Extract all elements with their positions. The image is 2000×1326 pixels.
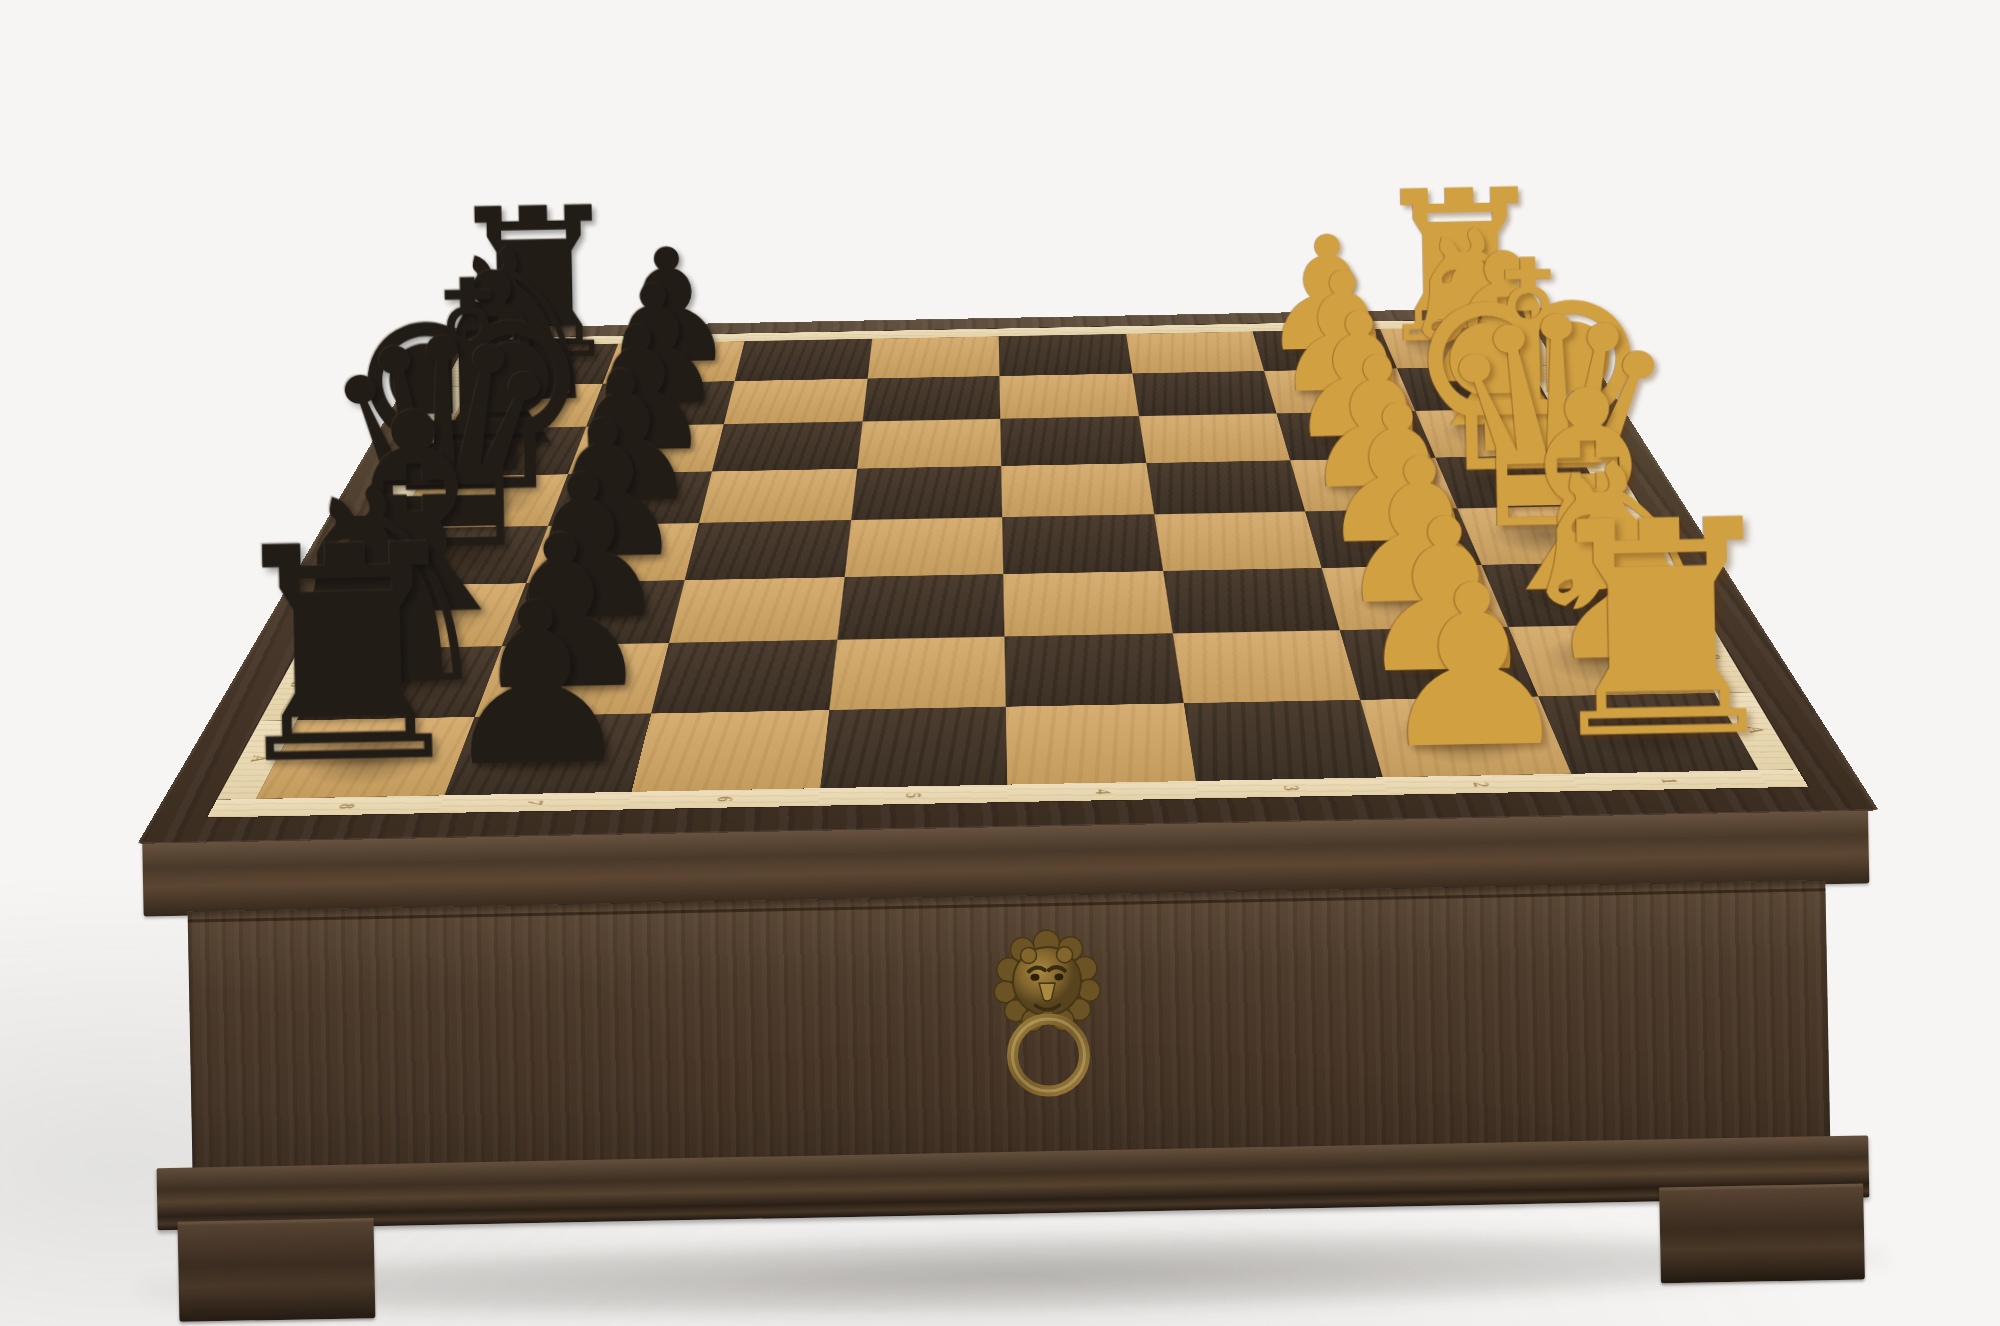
square-d4 xyxy=(1002,514,1162,574)
square-h4 xyxy=(999,334,1132,376)
coordinate-text: 8 xyxy=(332,803,360,809)
coordinate-text: 3 xyxy=(1278,785,1305,791)
lion-head-icon xyxy=(984,924,1111,1102)
rank-label: 8 xyxy=(247,795,444,816)
square-g6 xyxy=(724,378,867,424)
coordinate-text: 4 xyxy=(1089,789,1115,795)
square-e6 xyxy=(699,469,857,523)
chess-box: H♜♟♟♜HG♞♟♟♞GF♝♟♟♝FE♚♟♟♚ED♛♟♟♛DC♝♟♟♝CB♞♟♟… xyxy=(0,0,2000,1326)
square-f4 xyxy=(1000,416,1145,466)
rank-label: 3 xyxy=(1195,777,1388,798)
square-f3 xyxy=(1138,414,1290,463)
square-g5 xyxy=(862,376,1000,422)
square-f5 xyxy=(857,419,1002,469)
square-g4 xyxy=(999,373,1138,418)
coordinate-text: 6 xyxy=(711,796,738,802)
square-b4 xyxy=(1004,633,1183,706)
border-strip xyxy=(1759,769,1809,787)
square-e4 xyxy=(1001,463,1154,517)
foot-left xyxy=(178,1218,376,1322)
square-g3 xyxy=(1132,371,1277,416)
piece-black-rook: ♜ xyxy=(213,513,483,799)
square-b6 xyxy=(651,640,836,713)
piece-white-rook: ♜ xyxy=(1526,487,1796,773)
square-c4 xyxy=(1003,571,1172,637)
rank-label: 6 xyxy=(627,788,819,809)
square-h6 xyxy=(735,339,872,381)
square-h5 xyxy=(867,336,999,378)
square-e3 xyxy=(1146,460,1305,514)
foot-right xyxy=(1659,1183,1865,1283)
square-a6 xyxy=(632,710,829,792)
square-d5 xyxy=(844,517,1003,577)
rank-label: 4 xyxy=(1007,781,1198,802)
board-3d: H♜♟♟♜HG♞♟♟♞GF♝♟♟♝FE♚♟♟♚ED♛♟♟♛DC♝♟♟♝CB♞♟♟… xyxy=(137,307,1879,844)
square-b3 xyxy=(1172,630,1360,703)
square-a1: ♜ xyxy=(1537,693,1758,774)
square-c3 xyxy=(1162,568,1339,634)
coordinate-text: 1 xyxy=(1655,778,1683,784)
rank-label: 1 xyxy=(1571,770,1769,791)
lion-handle xyxy=(984,924,1111,1102)
square-a8: ♜ xyxy=(256,717,474,799)
ground-shadow xyxy=(138,1218,1889,1326)
rank-label: 7 xyxy=(437,792,632,813)
square-a3 xyxy=(1183,700,1383,781)
square-h3 xyxy=(1126,332,1264,374)
board-grid: H♜♟♟♜HG♞♟♟♞GF♝♟♟♝FE♚♟♟♚ED♛♟♟♛DC♝♟♟♝CB♞♟♟… xyxy=(207,318,1808,817)
rank-label: 2 xyxy=(1383,774,1578,795)
coordinate-text: 7 xyxy=(521,800,548,806)
square-c5 xyxy=(837,574,1005,640)
square-a5 xyxy=(819,706,1007,788)
square-d6 xyxy=(685,520,851,580)
square-a4 xyxy=(1006,703,1195,785)
rank-label: 5 xyxy=(817,785,1007,806)
coordinate-text: 2 xyxy=(1466,781,1494,787)
coordinate-text: 5 xyxy=(900,792,926,798)
square-e5 xyxy=(851,466,1003,520)
square-d3 xyxy=(1154,511,1322,570)
square-c6 xyxy=(669,577,844,643)
square-b5 xyxy=(829,637,1006,710)
square-f6 xyxy=(712,422,862,472)
